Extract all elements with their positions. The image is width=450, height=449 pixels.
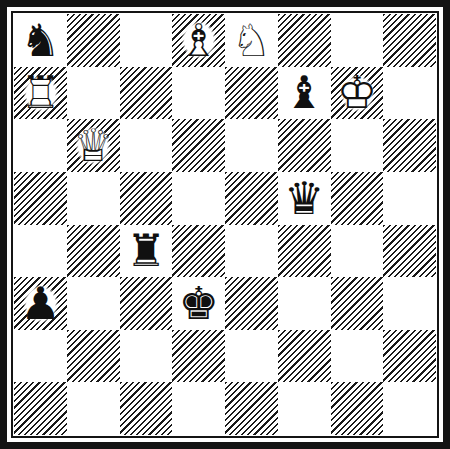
square-g8: [331, 14, 384, 67]
square-b4: [67, 225, 120, 278]
square-g1: [331, 382, 384, 435]
square-f7: ♝: [278, 67, 331, 120]
square-d6: [172, 119, 225, 172]
square-e2: [225, 330, 278, 383]
square-g5: [331, 172, 384, 225]
square-d7: [172, 67, 225, 120]
square-a3: ♟: [14, 277, 67, 330]
square-a4: [14, 225, 67, 278]
square-e3: [225, 277, 278, 330]
square-c4: ♜: [120, 225, 173, 278]
square-b1: [67, 382, 120, 435]
square-f5: ♛: [278, 172, 331, 225]
square-b5: [67, 172, 120, 225]
piece-white-queen-b6: ♕: [67, 119, 120, 172]
square-d3: ♚: [172, 277, 225, 330]
square-e5: [225, 172, 278, 225]
piece-white-rook-a7: ♖: [14, 67, 67, 120]
square-d5: [172, 172, 225, 225]
square-g7: ♔: [331, 67, 384, 120]
square-f4: [278, 225, 331, 278]
square-a2: [14, 330, 67, 383]
piece-white-knight-e8: ♘: [225, 14, 278, 67]
square-b7: [67, 67, 120, 120]
square-f8: [278, 14, 331, 67]
square-h6: [383, 119, 436, 172]
square-c7: [120, 67, 173, 120]
piece-black-pawn-a3: ♟: [14, 277, 67, 330]
square-d4: [172, 225, 225, 278]
square-f3: [278, 277, 331, 330]
square-f6: [278, 119, 331, 172]
square-g2: [331, 330, 384, 383]
board-inner-frame: ♞♗♘♖♝♔♕♛♜♟♚: [11, 11, 439, 438]
piece-black-queen-f5: ♛: [278, 172, 331, 225]
square-f1: [278, 382, 331, 435]
square-g3: [331, 277, 384, 330]
square-a7: ♖: [14, 67, 67, 120]
square-c5: [120, 172, 173, 225]
square-e4: [225, 225, 278, 278]
square-e8: ♘: [225, 14, 278, 67]
square-d1: [172, 382, 225, 435]
square-e1: [225, 382, 278, 435]
piece-black-knight-a8: ♞: [14, 14, 67, 67]
square-a6: [14, 119, 67, 172]
square-c8: [120, 14, 173, 67]
square-e7: [225, 67, 278, 120]
square-e6: [225, 119, 278, 172]
square-a5: [14, 172, 67, 225]
square-h2: [383, 330, 436, 383]
square-h7: [383, 67, 436, 120]
square-c6: [120, 119, 173, 172]
square-h4: [383, 225, 436, 278]
square-d8: ♗: [172, 14, 225, 67]
square-a1: [14, 382, 67, 435]
square-h1: [383, 382, 436, 435]
square-b2: [67, 330, 120, 383]
square-a8: ♞: [14, 14, 67, 67]
square-d2: [172, 330, 225, 383]
piece-black-bishop-f7: ♝: [278, 67, 331, 120]
square-b6: ♕: [67, 119, 120, 172]
square-c3: [120, 277, 173, 330]
square-c2: [120, 330, 173, 383]
board-frame: ♞♗♘♖♝♔♕♛♜♟♚: [0, 0, 450, 449]
square-b3: [67, 277, 120, 330]
chess-diagram: ♞♗♘♖♝♔♕♛♜♟♚: [0, 0, 450, 449]
chess-board: ♞♗♘♖♝♔♕♛♜♟♚: [14, 14, 436, 435]
square-f2: [278, 330, 331, 383]
piece-white-bishop-d8: ♗: [172, 14, 225, 67]
piece-black-king-d3: ♚: [172, 277, 225, 330]
piece-black-rook-c4: ♜: [120, 225, 173, 278]
square-g4: [331, 225, 384, 278]
square-b8: [67, 14, 120, 67]
square-g6: [331, 119, 384, 172]
square-c1: [120, 382, 173, 435]
square-h5: [383, 172, 436, 225]
piece-white-king-g7: ♔: [331, 67, 384, 120]
square-h3: [383, 277, 436, 330]
square-h8: [383, 14, 436, 67]
